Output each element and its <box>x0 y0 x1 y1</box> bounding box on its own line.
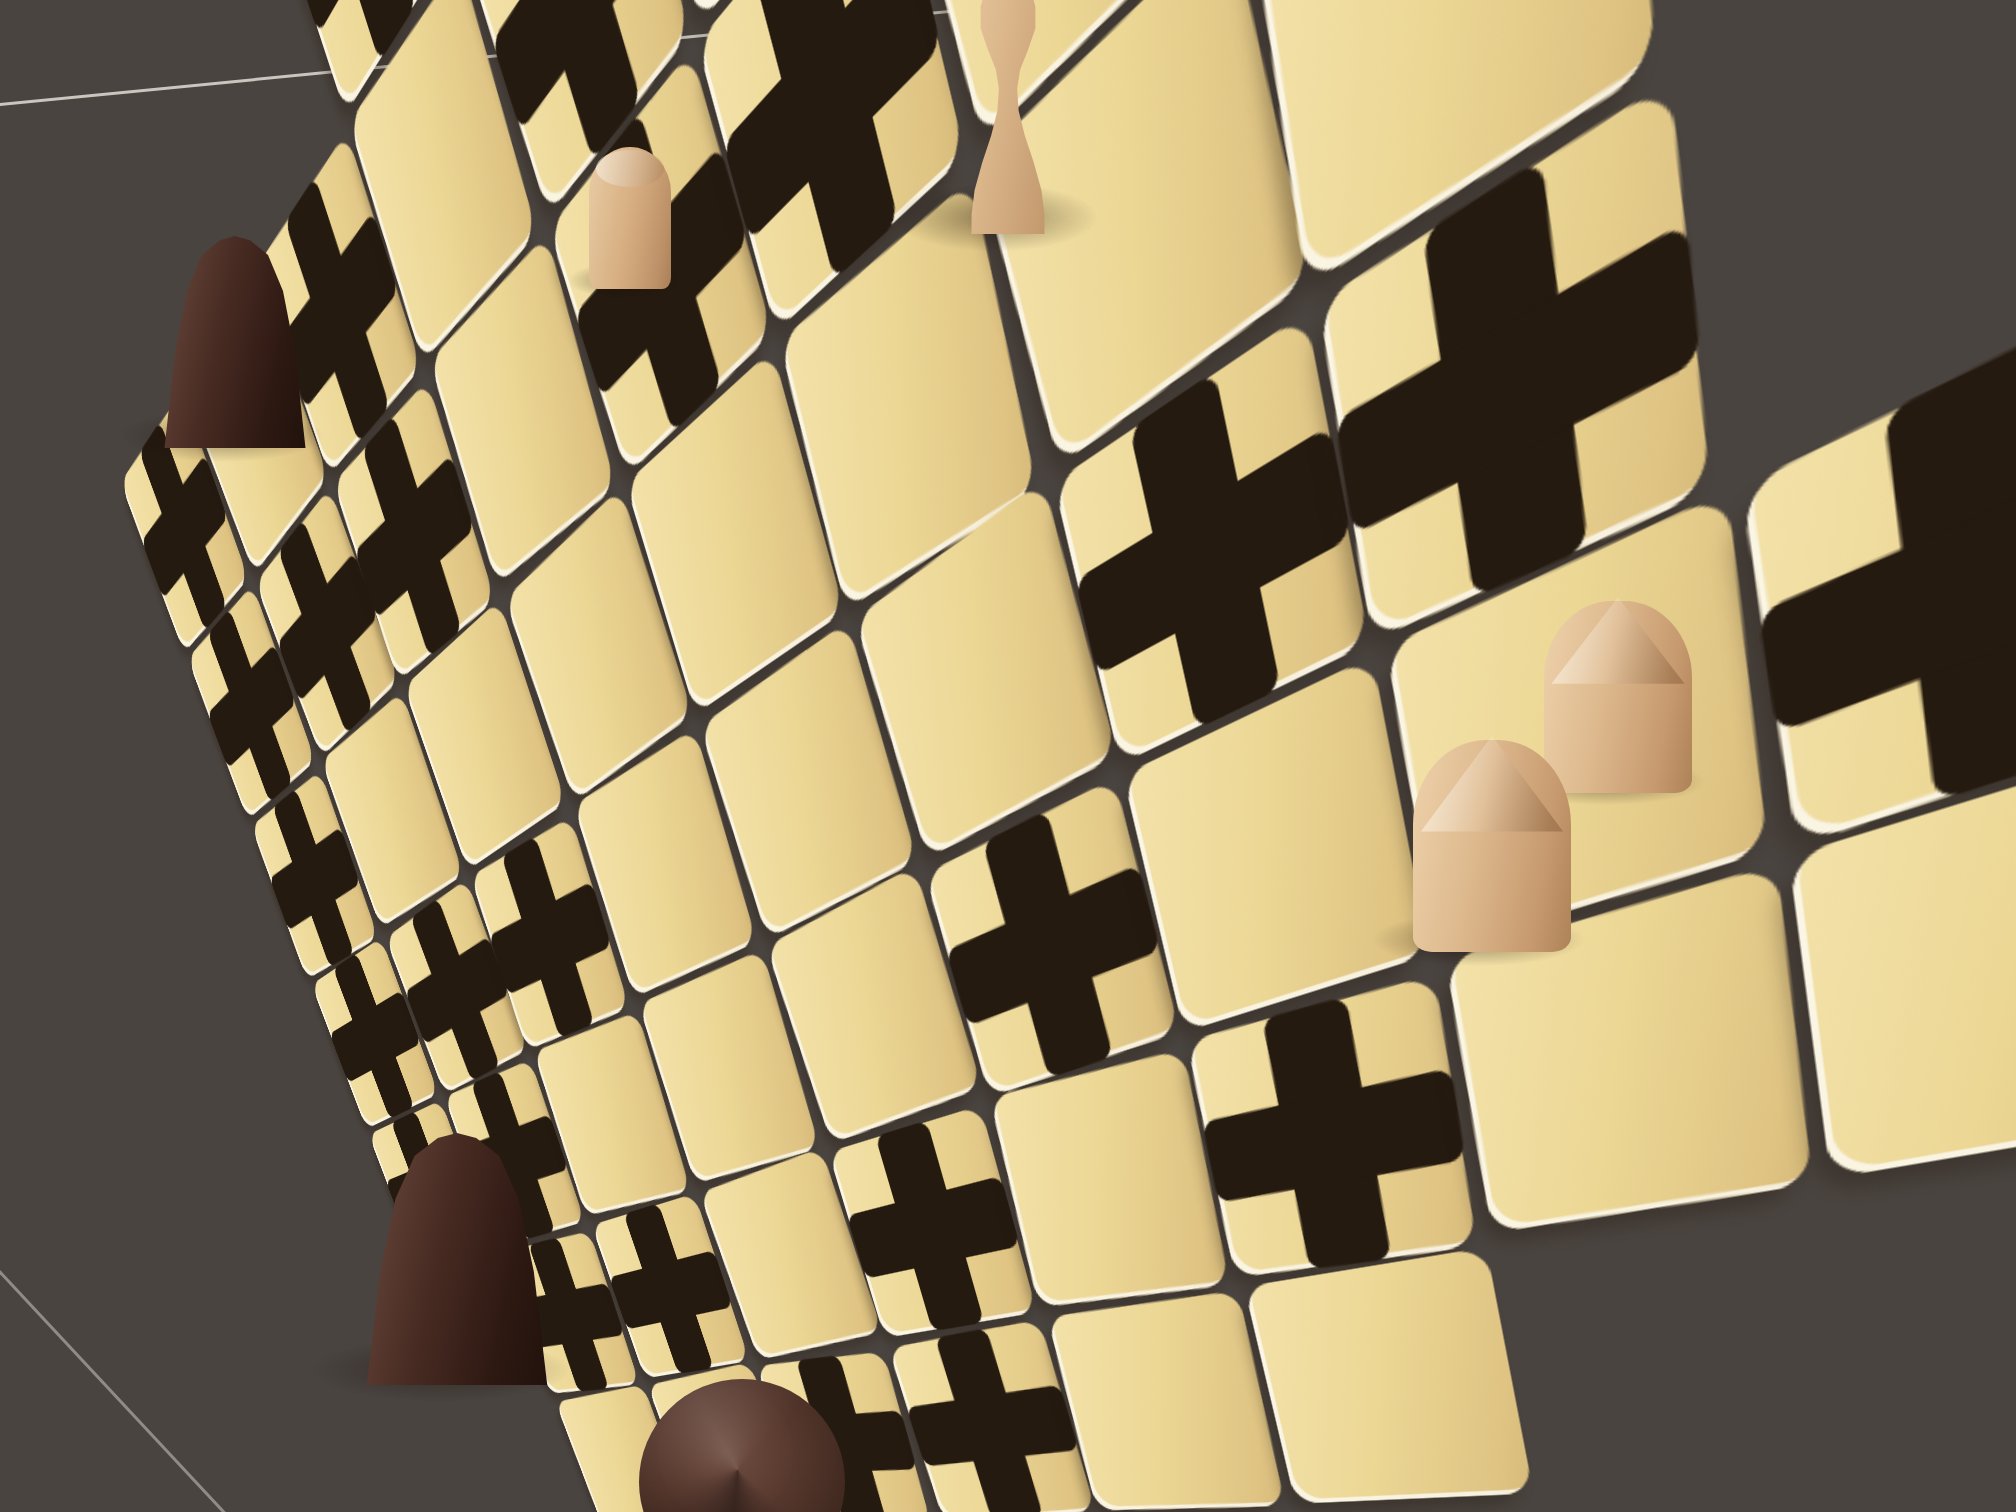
tile-cross[interactable] <box>1741 244 2016 845</box>
cross-mark <box>906 1384 1079 1466</box>
cross-mark <box>609 1250 733 1329</box>
piece-body <box>1413 740 1571 952</box>
board-cell <box>1739 247 2016 842</box>
tile-cross[interactable] <box>1187 975 1477 1278</box>
piece-dark-brown-cone[interactable] <box>160 236 310 448</box>
piece-body <box>589 147 671 289</box>
piece-body <box>639 1379 845 1512</box>
tile-blank[interactable] <box>1244 1247 1534 1504</box>
tile-blank[interactable] <box>990 1049 1230 1307</box>
board-cell <box>1244 1247 1534 1504</box>
piece-light-wood-bullet[interactable] <box>1413 740 1571 952</box>
photo-canvas <box>0 0 2016 1512</box>
piece-body <box>160 236 310 448</box>
piece-dark-brown-cone-top[interactable] <box>639 1379 845 1512</box>
piece-body <box>361 1133 553 1385</box>
piece-light-wood-cylinder[interactable] <box>589 147 671 289</box>
piece-light-wood-pin[interactable] <box>932 0 1084 234</box>
piece-dark-brown-cone[interactable] <box>361 1133 553 1385</box>
